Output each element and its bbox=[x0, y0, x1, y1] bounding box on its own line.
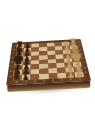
coordinate-label: 5 bbox=[39, 80, 48, 83]
coordinate-label: h bbox=[85, 72, 88, 77]
chess-board: ♜♟♟♜♞♟♟♞♝♟♟♝♛♟♟♛♚♟♟♚♝♟♟♝♞♟♟♞♜♟♟♜87654321… bbox=[6, 39, 91, 85]
coordinate-label: 3 bbox=[57, 79, 66, 82]
coordinate-label: 4 bbox=[48, 79, 57, 82]
coordinate-label: 6 bbox=[30, 80, 39, 83]
coordinate-label: 2 bbox=[66, 78, 75, 81]
coordinate-label: a bbox=[9, 76, 11, 81]
chess-set-photo: ♜♟♟♜♞♟♟♞♝♟♟♝♛♟♟♛♚♟♟♚♝♟♟♝♞♟♟♞♜♟♟♜87654321… bbox=[0, 0, 95, 126]
coordinate-label: 7 bbox=[21, 81, 30, 84]
board-scene: ♜♟♟♜♞♟♟♞♝♟♟♝♛♟♟♛♚♟♟♚♝♟♟♝♞♟♟♞♜♟♟♜87654321… bbox=[4, 31, 92, 92]
coordinate-label: 1 bbox=[75, 78, 85, 81]
coordinate-label: 8 bbox=[12, 81, 21, 84]
square-h4 bbox=[48, 73, 57, 79]
